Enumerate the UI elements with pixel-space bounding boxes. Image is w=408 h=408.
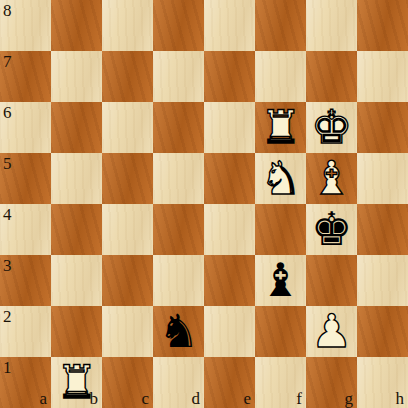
- square-a5[interactable]: 5: [0, 153, 51, 204]
- square-b7[interactable]: [51, 51, 102, 102]
- square-b3[interactable]: [51, 255, 102, 306]
- rank-label-5: 5: [3, 155, 12, 172]
- square-a7[interactable]: 7: [0, 51, 51, 102]
- white-pawn[interactable]: ♟: [311, 306, 352, 357]
- file-label-h: h: [396, 390, 405, 407]
- square-g4[interactable]: ♚: [306, 204, 357, 255]
- square-b5[interactable]: [51, 153, 102, 204]
- square-e5[interactable]: [204, 153, 255, 204]
- square-d4[interactable]: [153, 204, 204, 255]
- square-a3[interactable]: 3: [0, 255, 51, 306]
- square-a1[interactable]: 1a: [0, 357, 51, 408]
- black-bishop[interactable]: ♝: [260, 255, 301, 306]
- rank-label-6: 6: [3, 104, 12, 121]
- white-knight[interactable]: ♞: [260, 153, 301, 204]
- square-d1[interactable]: d: [153, 357, 204, 408]
- square-c7[interactable]: [102, 51, 153, 102]
- black-knight[interactable]: ♞: [158, 306, 199, 357]
- square-a4[interactable]: 4: [0, 204, 51, 255]
- square-e4[interactable]: [204, 204, 255, 255]
- square-f6[interactable]: ♜: [255, 102, 306, 153]
- file-label-a: a: [39, 390, 47, 407]
- file-label-c: c: [141, 390, 149, 407]
- square-h3[interactable]: [357, 255, 408, 306]
- square-a2[interactable]: 2: [0, 306, 51, 357]
- white-king[interactable]: ♚: [311, 102, 352, 153]
- square-c5[interactable]: [102, 153, 153, 204]
- square-c8[interactable]: [102, 0, 153, 51]
- chess-board: 876♜♚5♞♝4♚3♝2♞♟1ab♜cdefgh: [0, 0, 408, 408]
- square-d6[interactable]: [153, 102, 204, 153]
- rank-label-1: 1: [3, 359, 12, 376]
- square-f3[interactable]: ♝: [255, 255, 306, 306]
- white-bishop[interactable]: ♝: [311, 153, 352, 204]
- square-b6[interactable]: [51, 102, 102, 153]
- square-e8[interactable]: [204, 0, 255, 51]
- square-e6[interactable]: [204, 102, 255, 153]
- square-d5[interactable]: [153, 153, 204, 204]
- white-rook[interactable]: ♜: [260, 102, 301, 153]
- square-b2[interactable]: [51, 306, 102, 357]
- square-f5[interactable]: ♞: [255, 153, 306, 204]
- square-a8[interactable]: 8: [0, 0, 51, 51]
- square-g8[interactable]: [306, 0, 357, 51]
- file-label-e: e: [243, 390, 251, 407]
- square-h2[interactable]: [357, 306, 408, 357]
- square-g1[interactable]: g: [306, 357, 357, 408]
- square-g7[interactable]: [306, 51, 357, 102]
- square-f1[interactable]: f: [255, 357, 306, 408]
- file-label-g: g: [345, 390, 354, 407]
- square-h8[interactable]: [357, 0, 408, 51]
- black-king[interactable]: ♚: [311, 204, 352, 255]
- square-h1[interactable]: h: [357, 357, 408, 408]
- square-c2[interactable]: [102, 306, 153, 357]
- square-f8[interactable]: [255, 0, 306, 51]
- square-h6[interactable]: [357, 102, 408, 153]
- square-e2[interactable]: [204, 306, 255, 357]
- square-b1[interactable]: b♜: [51, 357, 102, 408]
- square-d8[interactable]: [153, 0, 204, 51]
- square-b8[interactable]: [51, 0, 102, 51]
- square-c6[interactable]: [102, 102, 153, 153]
- rank-label-4: 4: [3, 206, 12, 223]
- file-label-f: f: [296, 390, 302, 407]
- rank-label-3: 3: [3, 257, 12, 274]
- square-f2[interactable]: [255, 306, 306, 357]
- square-g2[interactable]: ♟: [306, 306, 357, 357]
- rank-label-7: 7: [3, 53, 12, 70]
- square-h4[interactable]: [357, 204, 408, 255]
- white-rook[interactable]: ♜: [56, 357, 97, 408]
- square-c4[interactable]: [102, 204, 153, 255]
- square-b4[interactable]: [51, 204, 102, 255]
- square-e1[interactable]: e: [204, 357, 255, 408]
- square-c3[interactable]: [102, 255, 153, 306]
- square-h5[interactable]: [357, 153, 408, 204]
- square-d2[interactable]: ♞: [153, 306, 204, 357]
- square-d3[interactable]: [153, 255, 204, 306]
- square-d7[interactable]: [153, 51, 204, 102]
- rank-label-2: 2: [3, 308, 12, 325]
- square-e7[interactable]: [204, 51, 255, 102]
- square-c1[interactable]: c: [102, 357, 153, 408]
- square-a6[interactable]: 6: [0, 102, 51, 153]
- square-g3[interactable]: [306, 255, 357, 306]
- square-g5[interactable]: ♝: [306, 153, 357, 204]
- square-f7[interactable]: [255, 51, 306, 102]
- square-f4[interactable]: [255, 204, 306, 255]
- rank-label-8: 8: [3, 2, 12, 19]
- square-g6[interactable]: ♚: [306, 102, 357, 153]
- file-label-d: d: [192, 390, 201, 407]
- square-h7[interactable]: [357, 51, 408, 102]
- square-e3[interactable]: [204, 255, 255, 306]
